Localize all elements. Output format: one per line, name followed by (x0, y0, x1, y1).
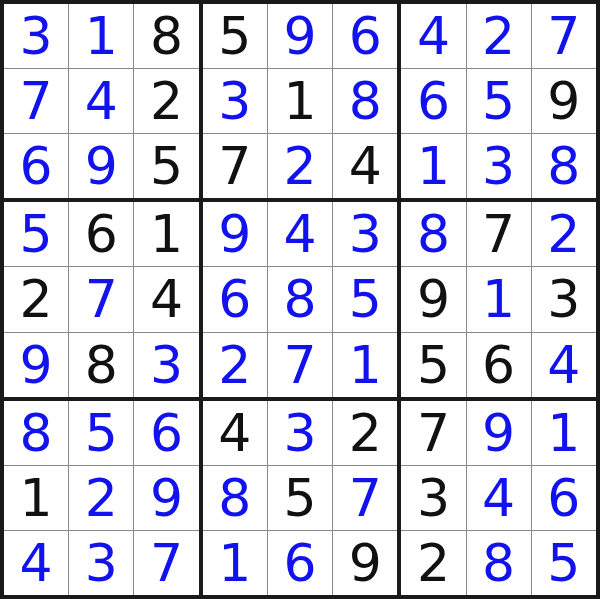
cell-r6c2[interactable]: 8 (69, 333, 133, 397)
cell-r3c9[interactable]: 8 (532, 134, 596, 198)
cell-r8c2[interactable]: 2 (69, 466, 133, 530)
cell-r4c5[interactable]: 4 (268, 202, 332, 266)
cell-r5c4[interactable]: 6 (203, 267, 267, 331)
cell-r5c3[interactable]: 4 (134, 267, 198, 331)
cell-r3c1[interactable]: 6 (4, 134, 68, 198)
cell-r9c6[interactable]: 9 (333, 531, 397, 595)
cell-r4c1[interactable]: 5 (4, 202, 68, 266)
cell-r9c9[interactable]: 5 (532, 531, 596, 595)
cell-r7c8[interactable]: 9 (467, 401, 531, 465)
cell-r4c2[interactable]: 6 (69, 202, 133, 266)
cell-r2c9[interactable]: 9 (532, 69, 596, 133)
block-0-1: 596318724 (203, 4, 398, 198)
cell-r5c8[interactable]: 1 (467, 267, 531, 331)
cell-r4c7[interactable]: 8 (401, 202, 465, 266)
cell-r5c9[interactable]: 3 (532, 267, 596, 331)
cell-r7c7[interactable]: 7 (401, 401, 465, 465)
cell-r3c4[interactable]: 7 (203, 134, 267, 198)
cell-r5c2[interactable]: 7 (69, 267, 133, 331)
cell-r1c9[interactable]: 7 (532, 4, 596, 68)
cell-r4c4[interactable]: 9 (203, 202, 267, 266)
block-2-1: 432857169 (203, 401, 398, 595)
cell-r1c3[interactable]: 8 (134, 4, 198, 68)
block-1-1: 943685271 (203, 202, 398, 396)
cell-r6c5[interactable]: 7 (268, 333, 332, 397)
cell-r9c1[interactable]: 4 (4, 531, 68, 595)
block-0-2: 427659138 (401, 4, 596, 198)
cell-r8c3[interactable]: 9 (134, 466, 198, 530)
cell-r6c8[interactable]: 6 (467, 333, 531, 397)
cell-r4c8[interactable]: 7 (467, 202, 531, 266)
cell-r8c7[interactable]: 3 (401, 466, 465, 530)
cell-r2c1[interactable]: 7 (4, 69, 68, 133)
cell-r6c1[interactable]: 9 (4, 333, 68, 397)
block-1-0: 561274983 (4, 202, 199, 396)
cell-r3c2[interactable]: 9 (69, 134, 133, 198)
cell-r7c9[interactable]: 1 (532, 401, 596, 465)
cell-r3c7[interactable]: 1 (401, 134, 465, 198)
cell-r8c8[interactable]: 4 (467, 466, 531, 530)
cell-r7c2[interactable]: 5 (69, 401, 133, 465)
cell-r6c3[interactable]: 3 (134, 333, 198, 397)
cell-r7c4[interactable]: 4 (203, 401, 267, 465)
cell-r2c2[interactable]: 4 (69, 69, 133, 133)
cell-r6c4[interactable]: 2 (203, 333, 267, 397)
sudoku-board: 3187426955963187244276591385612749839436… (0, 0, 600, 599)
cell-r2c7[interactable]: 6 (401, 69, 465, 133)
cell-r9c8[interactable]: 8 (467, 531, 531, 595)
cell-r1c2[interactable]: 1 (69, 4, 133, 68)
cell-r8c6[interactable]: 7 (333, 466, 397, 530)
cell-r2c3[interactable]: 2 (134, 69, 198, 133)
cell-r9c5[interactable]: 6 (268, 531, 332, 595)
cell-r4c9[interactable]: 2 (532, 202, 596, 266)
cell-r4c6[interactable]: 3 (333, 202, 397, 266)
cell-r7c6[interactable]: 2 (333, 401, 397, 465)
cell-r1c6[interactable]: 6 (333, 4, 397, 68)
cell-r3c3[interactable]: 5 (134, 134, 198, 198)
cell-r5c1[interactable]: 2 (4, 267, 68, 331)
cell-r7c3[interactable]: 6 (134, 401, 198, 465)
cell-r2c5[interactable]: 1 (268, 69, 332, 133)
cell-r4c3[interactable]: 1 (134, 202, 198, 266)
cell-r8c1[interactable]: 1 (4, 466, 68, 530)
cell-r8c9[interactable]: 6 (532, 466, 596, 530)
cell-r1c4[interactable]: 5 (203, 4, 267, 68)
cell-r6c9[interactable]: 4 (532, 333, 596, 397)
cell-r5c5[interactable]: 8 (268, 267, 332, 331)
cell-r1c5[interactable]: 9 (268, 4, 332, 68)
cell-r1c8[interactable]: 2 (467, 4, 531, 68)
cell-r2c6[interactable]: 8 (333, 69, 397, 133)
cell-r6c7[interactable]: 5 (401, 333, 465, 397)
cell-r7c5[interactable]: 3 (268, 401, 332, 465)
cell-r5c7[interactable]: 9 (401, 267, 465, 331)
cell-r3c6[interactable]: 4 (333, 134, 397, 198)
cell-r8c5[interactable]: 5 (268, 466, 332, 530)
cell-r8c4[interactable]: 8 (203, 466, 267, 530)
cell-r9c3[interactable]: 7 (134, 531, 198, 595)
cell-r1c7[interactable]: 4 (401, 4, 465, 68)
cell-r2c8[interactable]: 5 (467, 69, 531, 133)
block-2-2: 791346285 (401, 401, 596, 595)
cell-r9c2[interactable]: 3 (69, 531, 133, 595)
cell-r9c7[interactable]: 2 (401, 531, 465, 595)
cell-r2c4[interactable]: 3 (203, 69, 267, 133)
cell-r3c8[interactable]: 3 (467, 134, 531, 198)
cell-r5c6[interactable]: 5 (333, 267, 397, 331)
cell-r7c1[interactable]: 8 (4, 401, 68, 465)
cell-r9c4[interactable]: 1 (203, 531, 267, 595)
cell-r6c6[interactable]: 1 (333, 333, 397, 397)
cell-r1c1[interactable]: 3 (4, 4, 68, 68)
cell-r3c5[interactable]: 2 (268, 134, 332, 198)
block-0-0: 318742695 (4, 4, 199, 198)
block-2-0: 856129437 (4, 401, 199, 595)
block-1-2: 872913564 (401, 202, 596, 396)
